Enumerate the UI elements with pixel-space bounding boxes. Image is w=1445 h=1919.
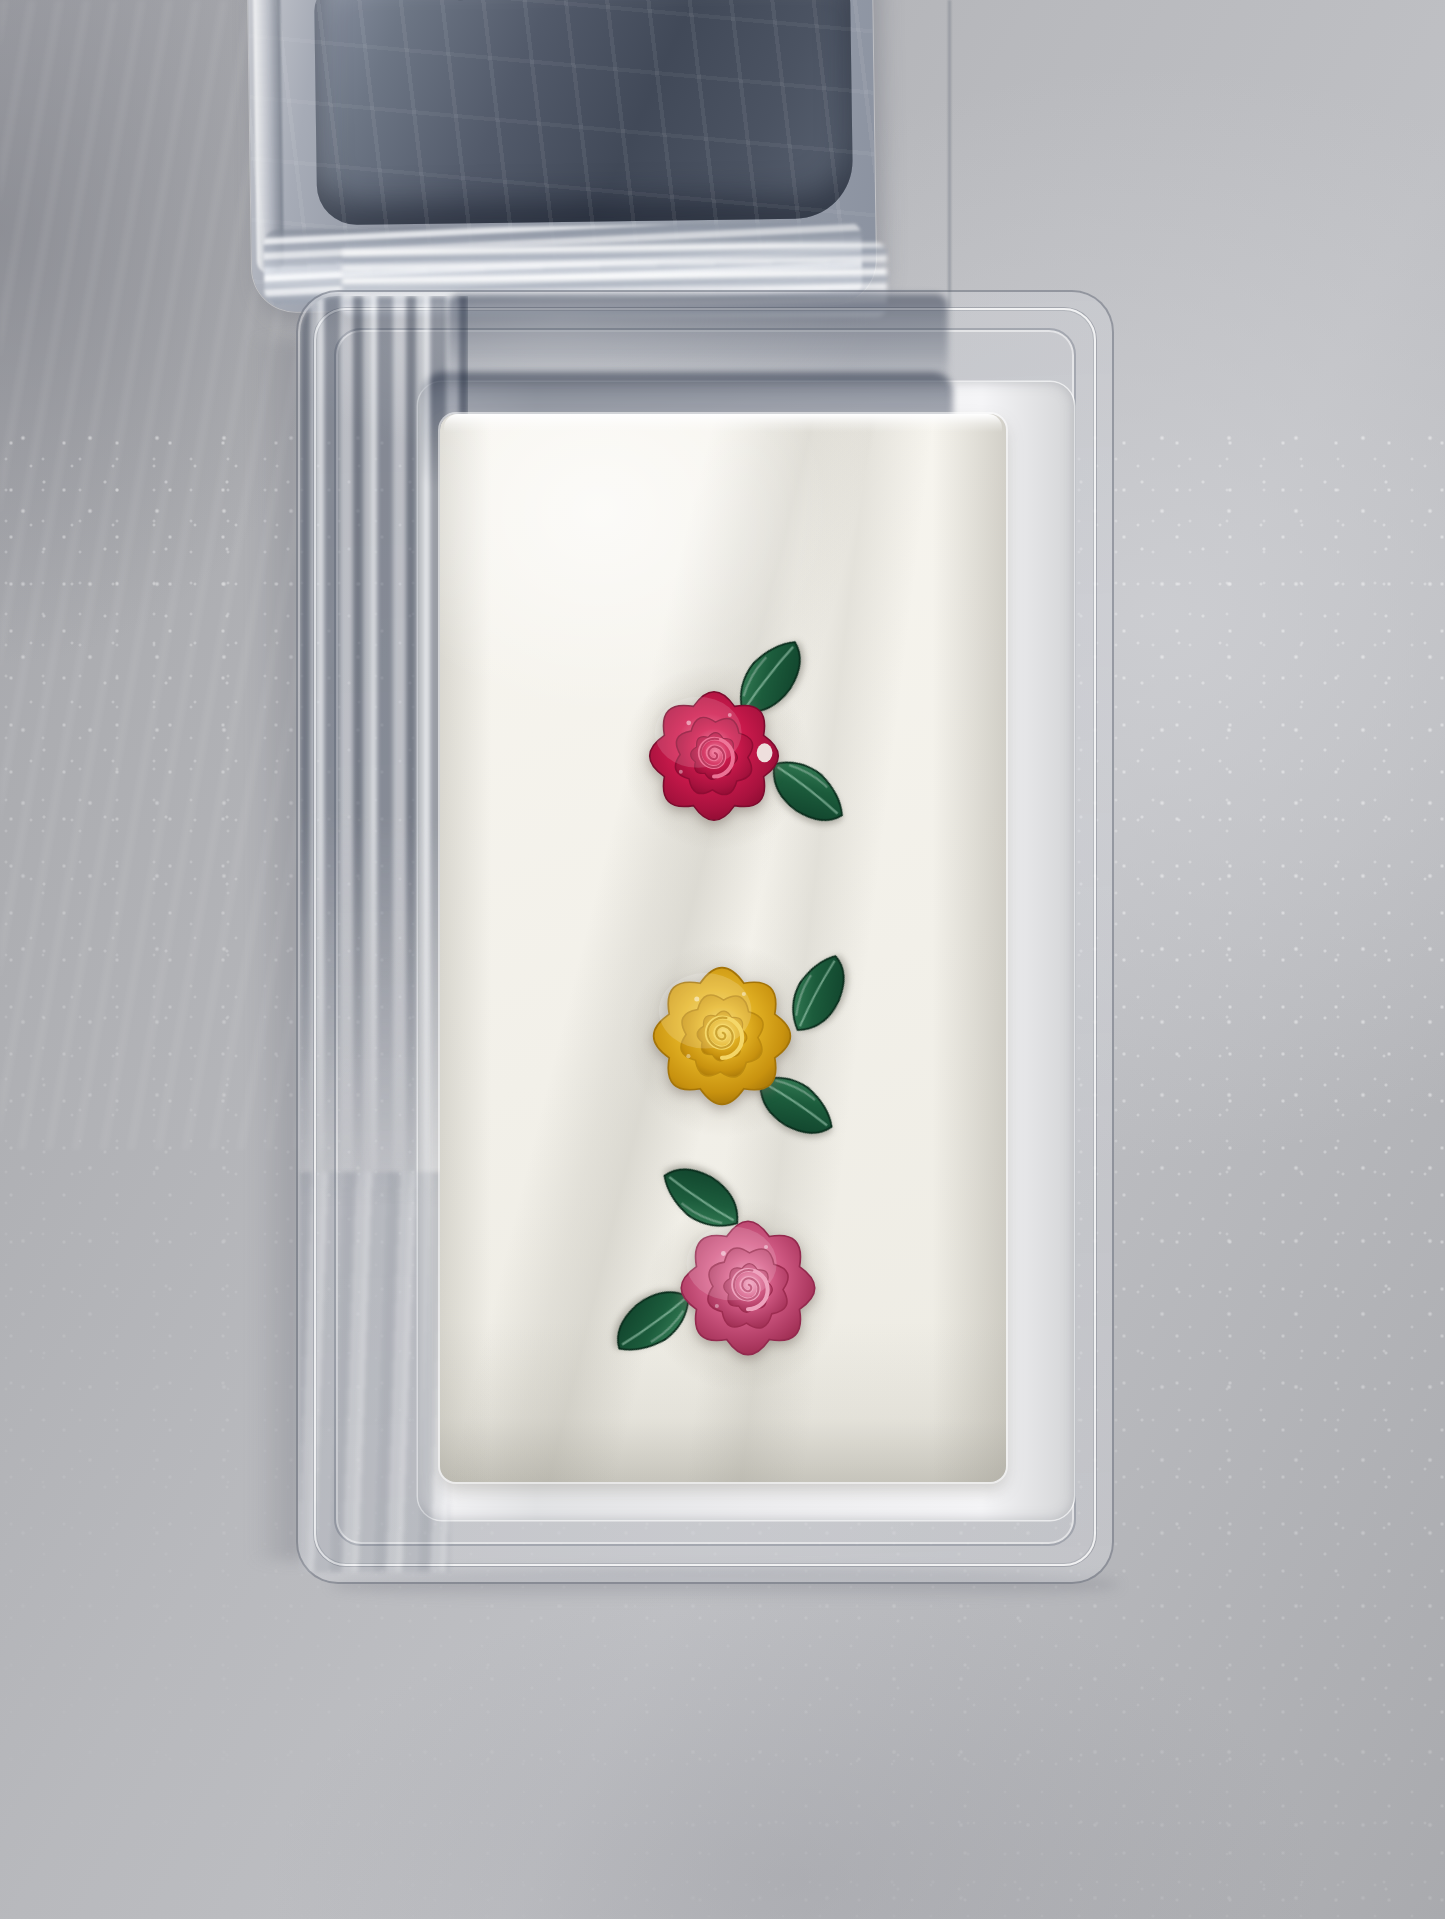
background-fold-line bbox=[948, 0, 951, 308]
tray-left-reflection-lower bbox=[300, 1172, 450, 1572]
wax-top-highlight bbox=[444, 414, 1002, 432]
photo-wax-melt-clamshell bbox=[0, 0, 1445, 1919]
red-rose bbox=[635, 677, 793, 835]
yellow-rose bbox=[638, 952, 806, 1120]
tray-top-reflection bbox=[448, 294, 948, 390]
clamshell-tray bbox=[298, 292, 1112, 1582]
pink-rose bbox=[666, 1206, 830, 1370]
tray-shadow-left bbox=[252, 340, 302, 1560]
